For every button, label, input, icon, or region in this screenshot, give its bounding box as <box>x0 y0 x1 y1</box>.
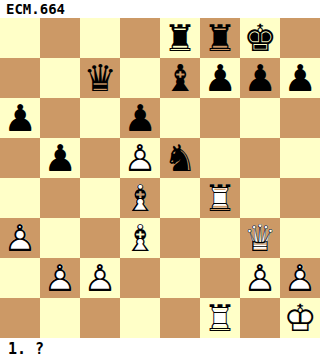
chess-board: ♜♜♚♛♝♟♟♟♟♟♟♟♙♞♝♗♜♖♟♙♝♗♛♕♟♙♟♙♟♙♟♙♜♖♚♔ <box>0 18 320 338</box>
square-e8[interactable]: ♜ <box>160 18 200 58</box>
square-c7[interactable]: ♛ <box>80 58 120 98</box>
square-b7[interactable] <box>40 58 80 98</box>
square-h8[interactable] <box>280 18 320 58</box>
black-pawn-icon: ♟ <box>40 138 80 178</box>
square-b8[interactable] <box>40 18 80 58</box>
square-f7[interactable]: ♟ <box>200 58 240 98</box>
square-a6[interactable]: ♟ <box>0 98 40 138</box>
square-b6[interactable] <box>40 98 80 138</box>
footer-bar: 1. ? <box>0 338 320 360</box>
square-a5[interactable] <box>0 138 40 178</box>
square-f4[interactable]: ♜♖ <box>200 178 240 218</box>
move-prompt: 1. ? <box>8 338 44 360</box>
square-b4[interactable] <box>40 178 80 218</box>
square-a1[interactable] <box>0 298 40 338</box>
black-pawn-icon: ♟ <box>200 58 240 98</box>
square-h7[interactable]: ♟ <box>280 58 320 98</box>
black-pawn-icon: ♟ <box>240 58 280 98</box>
square-h2[interactable]: ♟♙ <box>280 258 320 298</box>
white-rook-icon: ♜♖ <box>200 178 240 218</box>
square-f6[interactable] <box>200 98 240 138</box>
square-f8[interactable]: ♜ <box>200 18 240 58</box>
square-d1[interactable] <box>120 298 160 338</box>
square-b1[interactable] <box>40 298 80 338</box>
black-queen-icon: ♛ <box>80 58 120 98</box>
white-pawn-icon: ♟♙ <box>120 138 160 178</box>
square-a2[interactable] <box>0 258 40 298</box>
square-f2[interactable] <box>200 258 240 298</box>
white-bishop-icon: ♝♗ <box>120 218 160 258</box>
white-pawn-icon: ♟♙ <box>240 258 280 298</box>
white-pawn-icon: ♟♙ <box>80 258 120 298</box>
square-g6[interactable] <box>240 98 280 138</box>
square-c4[interactable] <box>80 178 120 218</box>
square-e2[interactable] <box>160 258 200 298</box>
square-c5[interactable] <box>80 138 120 178</box>
square-c6[interactable] <box>80 98 120 138</box>
white-bishop-icon: ♝♗ <box>120 178 160 218</box>
square-g1[interactable] <box>240 298 280 338</box>
square-e5[interactable]: ♞ <box>160 138 200 178</box>
square-c1[interactable] <box>80 298 120 338</box>
square-b3[interactable] <box>40 218 80 258</box>
black-bishop-icon: ♝ <box>160 58 200 98</box>
square-d7[interactable] <box>120 58 160 98</box>
square-f3[interactable] <box>200 218 240 258</box>
square-b5[interactable]: ♟ <box>40 138 80 178</box>
square-g5[interactable] <box>240 138 280 178</box>
square-d6[interactable]: ♟ <box>120 98 160 138</box>
white-pawn-icon: ♟♙ <box>40 258 80 298</box>
white-pawn-icon: ♟♙ <box>0 218 40 258</box>
square-c8[interactable] <box>80 18 120 58</box>
square-g4[interactable] <box>240 178 280 218</box>
square-d4[interactable]: ♝♗ <box>120 178 160 218</box>
square-e3[interactable] <box>160 218 200 258</box>
black-rook-icon: ♜ <box>160 18 200 58</box>
square-g7[interactable]: ♟ <box>240 58 280 98</box>
square-h3[interactable] <box>280 218 320 258</box>
square-b2[interactable]: ♟♙ <box>40 258 80 298</box>
square-g8[interactable]: ♚ <box>240 18 280 58</box>
square-c2[interactable]: ♟♙ <box>80 258 120 298</box>
square-e1[interactable] <box>160 298 200 338</box>
black-knight-icon: ♞ <box>160 138 200 178</box>
title-bar: ECM.664 <box>0 0 320 18</box>
black-pawn-icon: ♟ <box>0 98 40 138</box>
white-rook-icon: ♜♖ <box>200 298 240 338</box>
square-a8[interactable] <box>0 18 40 58</box>
diagram-title: ECM.664 <box>6 0 65 18</box>
square-h6[interactable] <box>280 98 320 138</box>
square-h4[interactable] <box>280 178 320 218</box>
square-f1[interactable]: ♜♖ <box>200 298 240 338</box>
black-pawn-icon: ♟ <box>280 58 320 98</box>
black-pawn-icon: ♟ <box>120 98 160 138</box>
square-c3[interactable] <box>80 218 120 258</box>
square-d3[interactable]: ♝♗ <box>120 218 160 258</box>
black-rook-icon: ♜ <box>200 18 240 58</box>
square-g2[interactable]: ♟♙ <box>240 258 280 298</box>
square-e4[interactable] <box>160 178 200 218</box>
square-a7[interactable] <box>0 58 40 98</box>
black-king-icon: ♚ <box>240 18 280 58</box>
square-h1[interactable]: ♚♔ <box>280 298 320 338</box>
square-e6[interactable] <box>160 98 200 138</box>
square-d8[interactable] <box>120 18 160 58</box>
white-queen-icon: ♛♕ <box>240 218 280 258</box>
square-g3[interactable]: ♛♕ <box>240 218 280 258</box>
square-f5[interactable] <box>200 138 240 178</box>
white-king-icon: ♚♔ <box>280 298 320 338</box>
square-d2[interactable] <box>120 258 160 298</box>
square-a3[interactable]: ♟♙ <box>0 218 40 258</box>
square-a4[interactable] <box>0 178 40 218</box>
square-h5[interactable] <box>280 138 320 178</box>
square-d5[interactable]: ♟♙ <box>120 138 160 178</box>
white-pawn-icon: ♟♙ <box>280 258 320 298</box>
square-e7[interactable]: ♝ <box>160 58 200 98</box>
